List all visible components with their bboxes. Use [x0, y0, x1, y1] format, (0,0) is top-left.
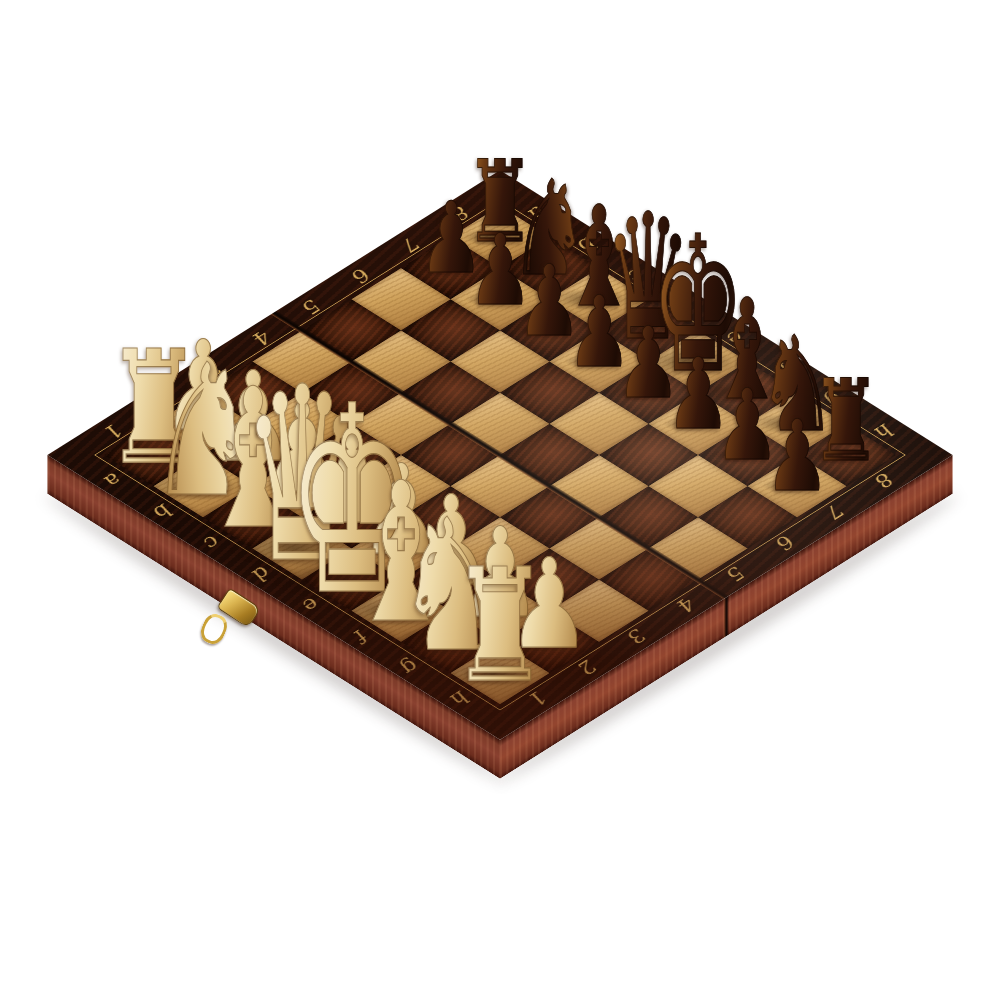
- white-rook-h1: ♜: [451, 548, 549, 705]
- clasp-hook-icon: [197, 610, 231, 647]
- black-pawn-h7: ♟: [764, 407, 829, 505]
- pieces-layer: ♜♞♝♛♚♝♞♜♟♟♟♟♟♟♟♟♟♟♟♟♟♟♟♟♜♞♝♛♚♝♞♜: [0, 0, 1000, 1000]
- chess-set-photo: aabbccddeeffgghh1122334455667788 ♜♞♝♛♚♝♞…: [0, 0, 1000, 1000]
- brass-clasp: [196, 588, 276, 658]
